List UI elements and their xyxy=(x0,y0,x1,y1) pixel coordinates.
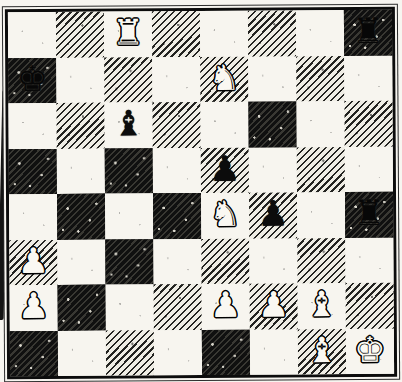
square-g8 xyxy=(296,10,344,56)
square-d1 xyxy=(154,329,202,375)
square-h8: ♜ xyxy=(344,10,392,56)
square-h7 xyxy=(344,55,392,101)
square-h5 xyxy=(345,146,393,192)
white-bishop-g1: ♝ xyxy=(306,333,338,368)
chess-board: ♜♜♚♞♝♟♞♟♜♟♟♟♟♝♝♚ xyxy=(5,7,397,379)
square-b3 xyxy=(57,239,105,285)
square-e5: ♟ xyxy=(201,147,249,193)
square-g4 xyxy=(297,192,345,238)
square-g6 xyxy=(296,101,344,147)
square-d8 xyxy=(152,11,200,57)
square-f2: ♟ xyxy=(250,283,298,329)
square-c7 xyxy=(104,57,152,103)
white-pawn-f2: ♟ xyxy=(258,288,290,323)
square-a6 xyxy=(8,103,56,149)
white-pawn-e2: ♟ xyxy=(210,288,242,323)
square-g7 xyxy=(296,56,344,102)
square-c4 xyxy=(105,193,153,239)
square-d7 xyxy=(152,57,200,103)
square-b5 xyxy=(57,148,105,194)
black-rook-h8: ♜ xyxy=(352,14,384,49)
square-b7 xyxy=(56,57,104,103)
black-pawn-f4: ♟ xyxy=(257,197,289,232)
square-d2 xyxy=(154,284,202,330)
square-c2 xyxy=(106,284,154,330)
square-f6 xyxy=(248,101,296,147)
square-a7: ♚ xyxy=(8,57,56,103)
white-knight-e4: ♞ xyxy=(209,197,241,232)
square-e8 xyxy=(200,11,248,57)
square-h6 xyxy=(344,101,392,147)
square-g1: ♝ xyxy=(298,329,346,375)
square-c8: ♜ xyxy=(104,11,152,57)
white-bishop-g2: ♝ xyxy=(306,287,338,322)
square-c6: ♝ xyxy=(104,102,152,148)
square-a2: ♟ xyxy=(10,285,58,331)
square-f8 xyxy=(248,10,296,56)
square-g3 xyxy=(297,238,345,284)
square-d5 xyxy=(153,148,201,194)
white-pawn-a3: ♟ xyxy=(18,244,50,279)
square-h2 xyxy=(346,283,394,329)
black-king-a7: ♚ xyxy=(16,62,48,97)
square-c5 xyxy=(105,148,153,194)
square-b4 xyxy=(57,194,105,240)
square-d4 xyxy=(153,193,201,239)
square-h4: ♜ xyxy=(345,192,393,238)
square-a5 xyxy=(9,148,57,194)
black-bishop-c6: ♝ xyxy=(113,107,145,142)
square-b8 xyxy=(56,12,104,58)
scanned-chess-diagram: ♜♜♚♞♝♟♞♟♜♟♟♟♟♝♝♚ xyxy=(0,0,402,382)
square-c3 xyxy=(105,239,153,285)
square-b1 xyxy=(58,330,106,376)
black-rook-h4: ♜ xyxy=(353,196,385,231)
square-b6 xyxy=(56,103,104,149)
square-b2 xyxy=(58,285,106,331)
square-h1: ♚ xyxy=(346,328,394,374)
square-e6 xyxy=(200,102,248,148)
white-rook-c8: ♜ xyxy=(112,16,144,51)
square-g2: ♝ xyxy=(298,283,346,329)
square-a1 xyxy=(10,330,58,376)
square-e3 xyxy=(201,238,249,284)
square-a8 xyxy=(8,12,56,58)
white-pawn-a2: ♟ xyxy=(18,289,50,324)
square-e4: ♞ xyxy=(201,193,249,239)
square-e1 xyxy=(202,329,250,375)
square-d3 xyxy=(153,238,201,284)
square-g5 xyxy=(297,147,345,193)
square-h3 xyxy=(345,237,393,283)
square-a3: ♟ xyxy=(9,239,57,285)
square-f5 xyxy=(249,147,297,193)
square-f4: ♟ xyxy=(249,192,297,238)
square-f1 xyxy=(250,329,298,375)
square-f3 xyxy=(249,238,297,284)
square-f7 xyxy=(248,56,296,102)
white-king-h1: ♚ xyxy=(354,333,386,368)
square-a4 xyxy=(9,194,57,240)
square-e7: ♞ xyxy=(200,56,248,102)
square-e2: ♟ xyxy=(202,284,250,330)
square-d6 xyxy=(152,102,200,148)
black-pawn-e5: ♟ xyxy=(209,152,241,187)
white-knight-e7: ♞ xyxy=(208,61,240,96)
square-c1 xyxy=(106,330,154,376)
